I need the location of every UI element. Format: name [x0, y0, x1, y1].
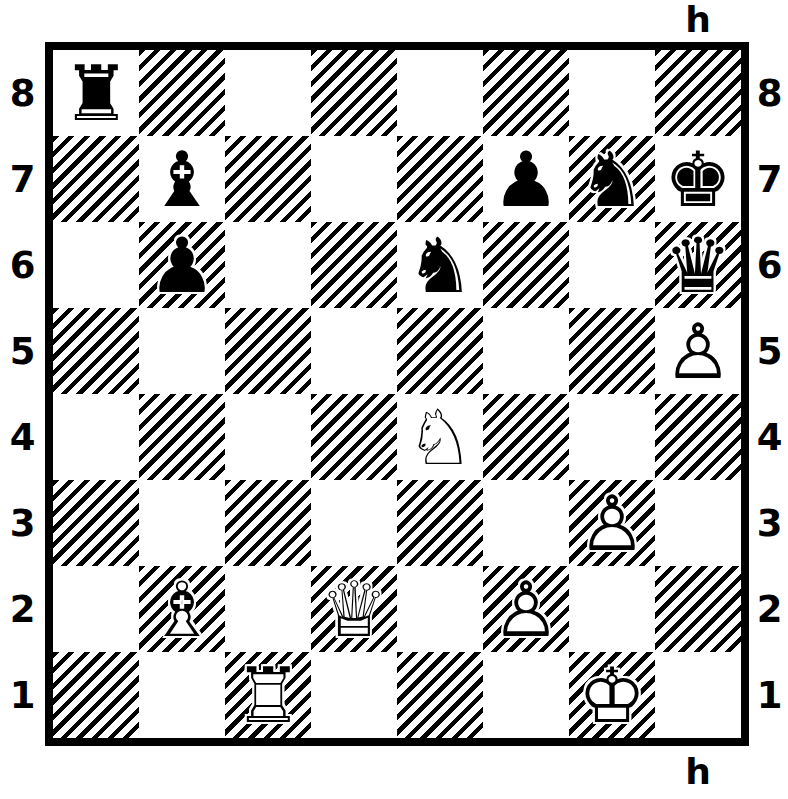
square-f8 [483, 50, 569, 136]
square-e5 [397, 308, 483, 394]
rank-label-7-left: 7 [0, 136, 45, 222]
square-a7 [53, 136, 139, 222]
square-g2 [569, 566, 655, 652]
rank-label-4-left: 4 [0, 394, 45, 480]
square-c8 [225, 50, 311, 136]
square-g1: ♚♔ [569, 652, 655, 738]
square-f6 [483, 222, 569, 308]
square-b7: ♝♝ [139, 136, 225, 222]
square-f1 [483, 652, 569, 738]
chess-diagram: h 87654321 ♜♜♝♝♟♟♞♞♚♚♟♟♞♞♛♛♟♙♞♘♟♙♝♗♛♕♟♙♜… [0, 0, 788, 799]
rank-label-1-left: 1 [0, 652, 45, 738]
square-g4 [569, 394, 655, 480]
square-e6: ♞♞ [397, 222, 483, 308]
rank-labels-right: 87654321 [751, 50, 788, 738]
rank-label-8-left: 8 [0, 50, 45, 136]
rank-label-6-right: 6 [751, 222, 788, 308]
square-b4 [139, 394, 225, 480]
square-d6 [311, 222, 397, 308]
square-e1 [397, 652, 483, 738]
rank-label-5-left: 5 [0, 308, 45, 394]
square-e8 [397, 50, 483, 136]
square-e3 [397, 480, 483, 566]
square-d2: ♛♕ [311, 566, 397, 652]
piece-white-pawn: ♙ [569, 480, 655, 566]
square-e2 [397, 566, 483, 652]
square-g7: ♞♞ [569, 136, 655, 222]
square-d3 [311, 480, 397, 566]
rank-label-7-right: 7 [751, 136, 788, 222]
piece-white-rook: ♖ [225, 652, 311, 738]
square-g6 [569, 222, 655, 308]
square-c4 [225, 394, 311, 480]
piece-white-pawn: ♙ [655, 308, 741, 394]
square-a4 [53, 394, 139, 480]
piece-white-bishop: ♗ [139, 566, 225, 652]
square-h4 [655, 394, 741, 480]
rank-label-1-right: 1 [751, 652, 788, 738]
square-f5 [483, 308, 569, 394]
piece-black-pawn: ♟ [139, 222, 225, 308]
square-a5 [53, 308, 139, 394]
square-a3 [53, 480, 139, 566]
rank-label-8-right: 8 [751, 50, 788, 136]
square-g3: ♟♙ [569, 480, 655, 566]
square-f7: ♟♟ [483, 136, 569, 222]
piece-white-king: ♔ [569, 652, 655, 738]
square-h6: ♛♛ [655, 222, 741, 308]
square-a2 [53, 566, 139, 652]
square-e7 [397, 136, 483, 222]
board: ♜♜♝♝♟♟♞♞♚♚♟♟♞♞♛♛♟♙♞♘♟♙♝♗♛♕♟♙♜♖♚♔ [45, 42, 749, 746]
square-f2: ♟♙ [483, 566, 569, 652]
square-c1: ♜♖ [225, 652, 311, 738]
square-h2 [655, 566, 741, 652]
piece-black-bishop: ♝ [139, 136, 225, 222]
square-h8 [655, 50, 741, 136]
piece-white-pawn: ♙ [483, 566, 569, 652]
piece-black-rook: ♜ [53, 50, 139, 136]
piece-white-knight: ♘ [397, 394, 483, 480]
square-e4: ♞♘ [397, 394, 483, 480]
square-c5 [225, 308, 311, 394]
square-a1 [53, 652, 139, 738]
rank-label-4-right: 4 [751, 394, 788, 480]
rank-label-3-right: 3 [751, 480, 788, 566]
square-h3 [655, 480, 741, 566]
square-d5 [311, 308, 397, 394]
square-d1 [311, 652, 397, 738]
square-f3 [483, 480, 569, 566]
square-g8 [569, 50, 655, 136]
square-b8 [139, 50, 225, 136]
square-h5: ♟♙ [655, 308, 741, 394]
piece-black-king: ♚ [655, 136, 741, 222]
rank-labels-left: 87654321 [0, 50, 45, 738]
rank-label-2-left: 2 [0, 566, 45, 652]
square-d4 [311, 394, 397, 480]
square-c3 [225, 480, 311, 566]
rank-label-6-left: 6 [0, 222, 45, 308]
square-b3 [139, 480, 225, 566]
rank-label-5-right: 5 [751, 308, 788, 394]
square-d8 [311, 50, 397, 136]
file-label-h-top: h [655, 0, 741, 40]
square-h7: ♚♚ [655, 136, 741, 222]
square-g5 [569, 308, 655, 394]
square-b6: ♟♟ [139, 222, 225, 308]
piece-black-knight: ♞ [397, 222, 483, 308]
square-a8: ♜♜ [53, 50, 139, 136]
piece-black-queen: ♛ [655, 222, 741, 308]
piece-black-pawn: ♟ [483, 136, 569, 222]
square-a6 [53, 222, 139, 308]
square-f4 [483, 394, 569, 480]
square-c6 [225, 222, 311, 308]
square-b2: ♝♗ [139, 566, 225, 652]
square-c2 [225, 566, 311, 652]
piece-white-queen: ♕ [311, 566, 397, 652]
square-b1 [139, 652, 225, 738]
file-label-h-bottom: h [655, 752, 741, 792]
rank-label-3-left: 3 [0, 480, 45, 566]
square-c7 [225, 136, 311, 222]
square-b5 [139, 308, 225, 394]
square-h1 [655, 652, 741, 738]
piece-black-knight: ♞ [569, 136, 655, 222]
square-d7 [311, 136, 397, 222]
rank-label-2-right: 2 [751, 566, 788, 652]
